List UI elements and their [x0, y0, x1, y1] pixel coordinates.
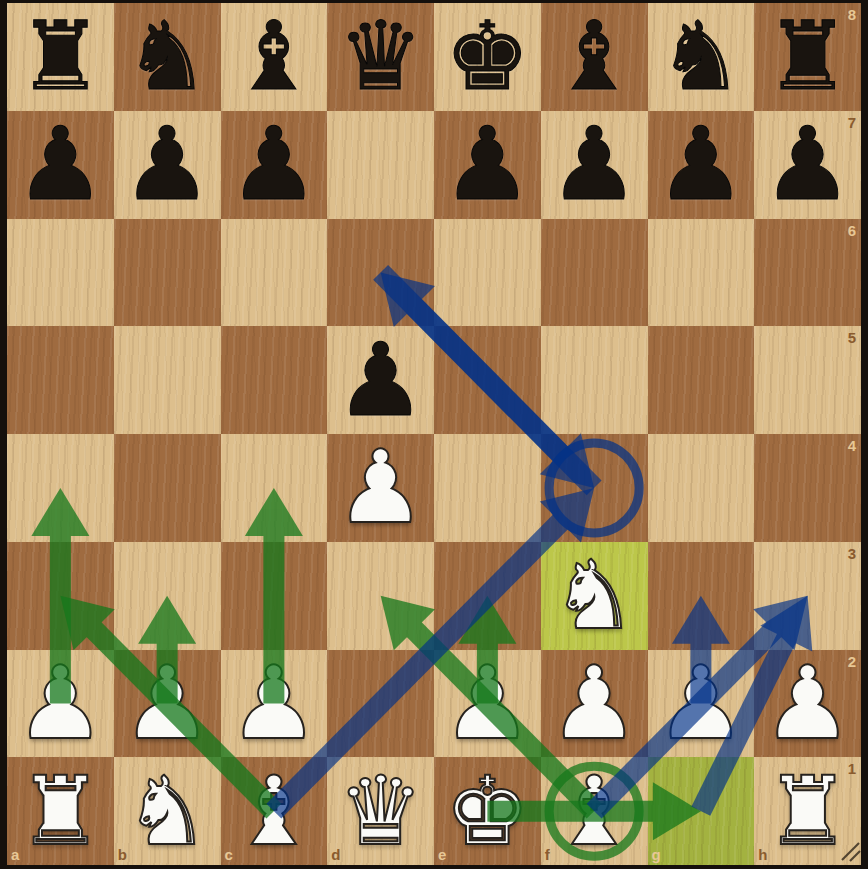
square-d7[interactable] — [327, 111, 434, 219]
piece-black-bishop[interactable]: ♝ — [221, 3, 328, 111]
square-c1[interactable]: ♝c — [221, 757, 328, 865]
piece-black-pawn[interactable]: ♟ — [327, 326, 434, 434]
coord-file-g: g — [652, 846, 661, 863]
piece-white-pawn[interactable]: ♟ — [221, 650, 328, 758]
square-e2[interactable]: ♟ — [434, 650, 541, 758]
square-h7[interactable]: ♟7 — [754, 111, 861, 219]
square-g4[interactable] — [648, 434, 755, 542]
square-c7[interactable]: ♟ — [221, 111, 328, 219]
square-b3[interactable] — [114, 542, 221, 650]
square-b8[interactable]: ♞ — [114, 3, 221, 111]
square-g1[interactable]: g — [648, 757, 755, 865]
square-c6[interactable] — [221, 219, 328, 327]
piece-white-knight[interactable]: ♞ — [114, 757, 221, 865]
piece-white-knight[interactable]: ♞ — [541, 542, 648, 650]
square-b5[interactable] — [114, 326, 221, 434]
piece-black-bishop[interactable]: ♝ — [541, 3, 648, 111]
square-h2[interactable]: ♟2 — [754, 650, 861, 758]
square-e6[interactable] — [434, 219, 541, 327]
piece-white-pawn[interactable]: ♟ — [7, 650, 114, 758]
square-a2[interactable]: ♟ — [7, 650, 114, 758]
square-a3[interactable] — [7, 542, 114, 650]
square-d4[interactable]: ♟ — [327, 434, 434, 542]
square-e8[interactable]: ♚ — [434, 3, 541, 111]
square-e7[interactable]: ♟ — [434, 111, 541, 219]
board-grid[interactable]: ♜♞♝♛♚♝♞♜8♟♟♟♟♟♟♟76♟5♟4♞3♟♟♟♟♟♟♟2♜a♞b♝c♛d… — [7, 3, 861, 865]
square-c5[interactable] — [221, 326, 328, 434]
square-f4[interactable] — [541, 434, 648, 542]
square-h5[interactable]: 5 — [754, 326, 861, 434]
square-c3[interactable] — [221, 542, 328, 650]
piece-white-pawn[interactable]: ♟ — [541, 650, 648, 758]
piece-white-queen[interactable]: ♛ — [327, 757, 434, 865]
square-e5[interactable] — [434, 326, 541, 434]
square-a4[interactable] — [7, 434, 114, 542]
piece-white-pawn[interactable]: ♟ — [434, 650, 541, 758]
piece-black-pawn[interactable]: ♟ — [7, 111, 114, 219]
piece-black-pawn[interactable]: ♟ — [114, 111, 221, 219]
square-e3[interactable] — [434, 542, 541, 650]
square-g5[interactable] — [648, 326, 755, 434]
square-e1[interactable]: ♚e — [434, 757, 541, 865]
piece-white-pawn[interactable]: ♟ — [648, 650, 755, 758]
coord-rank-3: 3 — [848, 545, 856, 562]
square-f3[interactable]: ♞ — [541, 542, 648, 650]
board-resize-handle-icon[interactable] — [840, 841, 862, 863]
piece-white-bishop[interactable]: ♝ — [221, 757, 328, 865]
square-b7[interactable]: ♟ — [114, 111, 221, 219]
piece-white-pawn[interactable]: ♟ — [754, 650, 861, 758]
square-c4[interactable] — [221, 434, 328, 542]
square-g2[interactable]: ♟ — [648, 650, 755, 758]
piece-white-pawn[interactable]: ♟ — [114, 650, 221, 758]
square-h8[interactable]: ♜8 — [754, 3, 861, 111]
square-g3[interactable] — [648, 542, 755, 650]
piece-black-rook[interactable]: ♜ — [754, 3, 861, 111]
coord-rank-5: 5 — [848, 329, 856, 346]
piece-black-pawn[interactable]: ♟ — [541, 111, 648, 219]
square-a5[interactable] — [7, 326, 114, 434]
coord-rank-6: 6 — [848, 222, 856, 239]
square-f6[interactable] — [541, 219, 648, 327]
square-a8[interactable]: ♜ — [7, 3, 114, 111]
square-d8[interactable]: ♛ — [327, 3, 434, 111]
square-h3[interactable]: 3 — [754, 542, 861, 650]
piece-black-king[interactable]: ♚ — [434, 3, 541, 111]
square-c2[interactable]: ♟ — [221, 650, 328, 758]
square-b4[interactable] — [114, 434, 221, 542]
square-g8[interactable]: ♞ — [648, 3, 755, 111]
piece-white-pawn[interactable]: ♟ — [327, 434, 434, 542]
coord-rank-4: 4 — [848, 437, 856, 454]
square-h6[interactable]: 6 — [754, 219, 861, 327]
piece-black-rook[interactable]: ♜ — [7, 3, 114, 111]
square-g7[interactable]: ♟ — [648, 111, 755, 219]
piece-white-bishop[interactable]: ♝ — [541, 757, 648, 865]
chess-board: ♜♞♝♛♚♝♞♜8♟♟♟♟♟♟♟76♟5♟4♞3♟♟♟♟♟♟♟2♜a♞b♝c♛d… — [0, 0, 868, 869]
square-d1[interactable]: ♛d — [327, 757, 434, 865]
piece-black-pawn[interactable]: ♟ — [754, 111, 861, 219]
square-f1[interactable]: ♝f — [541, 757, 648, 865]
square-g6[interactable] — [648, 219, 755, 327]
square-d2[interactable] — [327, 650, 434, 758]
square-f7[interactable]: ♟ — [541, 111, 648, 219]
square-f8[interactable]: ♝ — [541, 3, 648, 111]
square-a1[interactable]: ♜a — [7, 757, 114, 865]
piece-black-knight[interactable]: ♞ — [648, 3, 755, 111]
square-d3[interactable] — [327, 542, 434, 650]
piece-white-rook[interactable]: ♜ — [7, 757, 114, 865]
piece-white-king[interactable]: ♚ — [434, 757, 541, 865]
square-c8[interactable]: ♝ — [221, 3, 328, 111]
square-a7[interactable]: ♟ — [7, 111, 114, 219]
piece-black-pawn[interactable]: ♟ — [434, 111, 541, 219]
square-b1[interactable]: ♞b — [114, 757, 221, 865]
square-a6[interactable] — [7, 219, 114, 327]
piece-black-knight[interactable]: ♞ — [114, 3, 221, 111]
square-f5[interactable] — [541, 326, 648, 434]
square-d6[interactable] — [327, 219, 434, 327]
piece-black-queen[interactable]: ♛ — [327, 3, 434, 111]
square-h4[interactable]: 4 — [754, 434, 861, 542]
piece-black-pawn[interactable]: ♟ — [221, 111, 328, 219]
square-f2[interactable]: ♟ — [541, 650, 648, 758]
square-d5[interactable]: ♟ — [327, 326, 434, 434]
square-e4[interactable] — [434, 434, 541, 542]
square-b2[interactable]: ♟ — [114, 650, 221, 758]
square-b6[interactable] — [114, 219, 221, 327]
piece-black-pawn[interactable]: ♟ — [648, 111, 755, 219]
